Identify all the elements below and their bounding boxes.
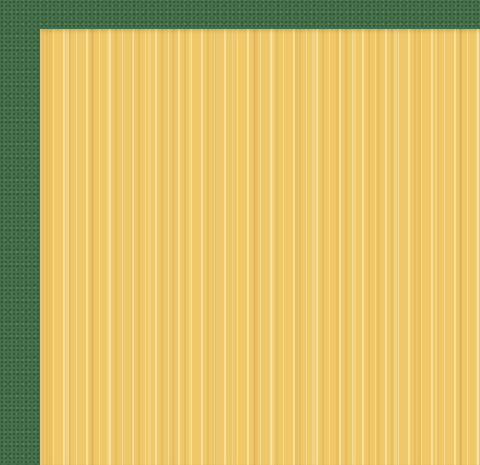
- board-intersections[interactable]: [0, 0, 432, 432]
- go-board-view: [0, 0, 480, 465]
